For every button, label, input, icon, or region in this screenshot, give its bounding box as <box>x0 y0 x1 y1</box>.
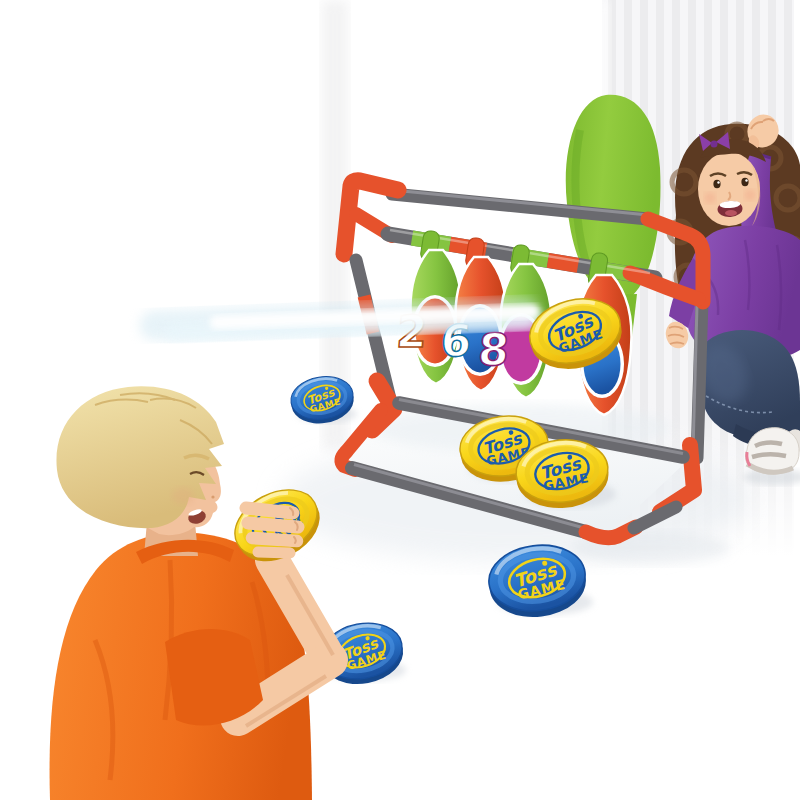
target-number-8: 8 <box>476 324 510 375</box>
product-photo-toss-game: Toss GAME <box>0 0 800 800</box>
boy-sleeve <box>165 629 263 726</box>
scene: Toss GAME <box>0 0 800 800</box>
